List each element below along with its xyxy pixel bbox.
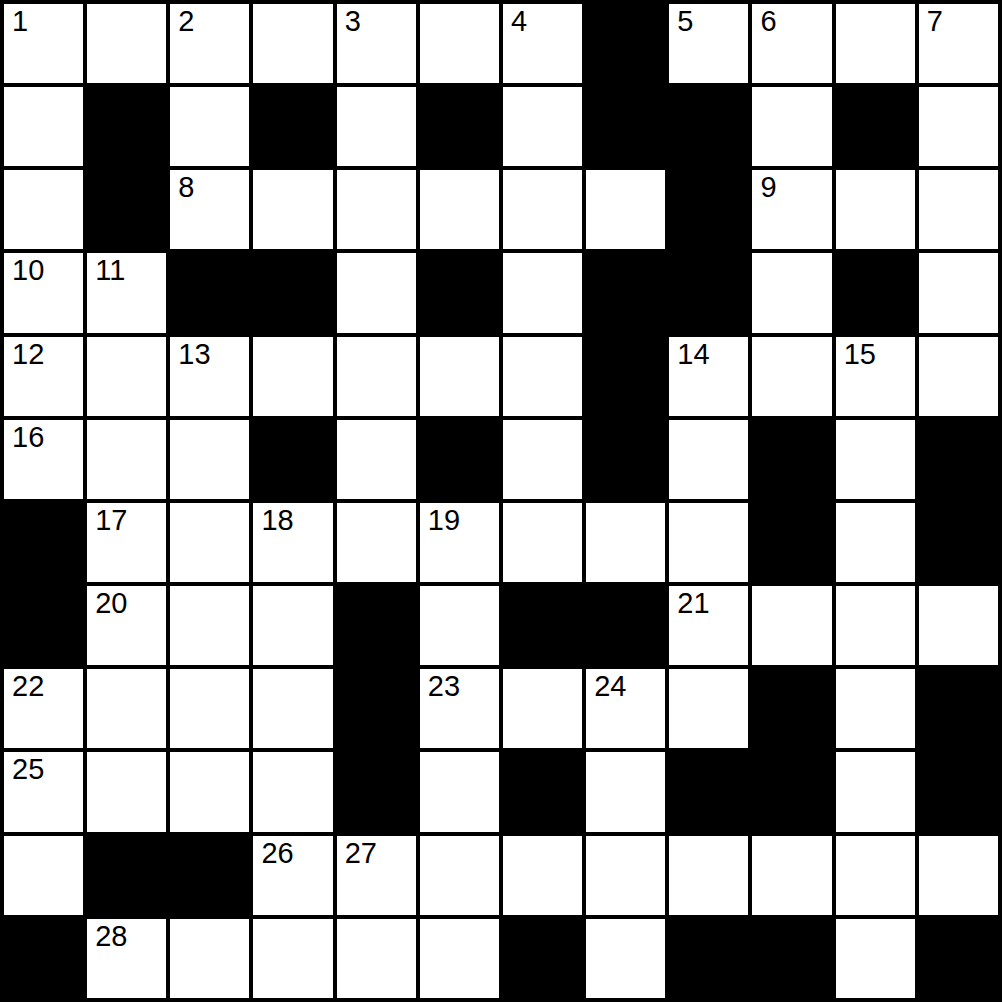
- cell-r0c2[interactable]: 2: [170, 4, 249, 83]
- black-cell-r3c5: [420, 253, 499, 332]
- black-cell-r1c5: [420, 87, 499, 166]
- cell-r4c8[interactable]: 14: [669, 337, 748, 416]
- cell-r2c0[interactable]: [4, 170, 83, 249]
- cell-r4c4[interactable]: [337, 337, 416, 416]
- black-cell-r11c11: [919, 919, 998, 998]
- clue-number: 6: [760, 5, 776, 38]
- cell-r7c11[interactable]: [919, 586, 998, 665]
- cell-r2c5[interactable]: [420, 170, 499, 249]
- cell-r1c9[interactable]: [752, 87, 831, 166]
- clue-number: 14: [677, 338, 709, 371]
- cell-r11c10[interactable]: [836, 919, 915, 998]
- cell-r8c0[interactable]: 22: [4, 669, 83, 748]
- clue-number: 5: [677, 5, 693, 38]
- black-cell-r9c11: [919, 752, 998, 831]
- cell-r0c8[interactable]: 5: [669, 4, 748, 83]
- cell-r5c2[interactable]: [170, 420, 249, 499]
- black-cell-r9c4: [337, 752, 416, 831]
- black-cell-r4c7: [586, 337, 665, 416]
- cell-r8c8[interactable]: [669, 669, 748, 748]
- cell-r10c8[interactable]: [669, 836, 748, 915]
- clue-number: 18: [261, 504, 293, 537]
- cell-r0c6[interactable]: 4: [503, 4, 582, 83]
- cell-r3c1[interactable]: 11: [87, 253, 166, 332]
- black-cell-r3c7: [586, 253, 665, 332]
- clue-number: 27: [345, 837, 377, 870]
- cell-r7c8[interactable]: 21: [669, 586, 748, 665]
- clue-number: 13: [178, 338, 210, 371]
- cell-r8c2[interactable]: [170, 669, 249, 748]
- clue-number: 22: [12, 670, 44, 703]
- black-cell-r3c8: [669, 253, 748, 332]
- clue-number: 8: [178, 171, 194, 204]
- black-cell-r3c10: [836, 253, 915, 332]
- cell-r6c6[interactable]: [503, 503, 582, 582]
- cell-r9c5[interactable]: [420, 752, 499, 831]
- cell-r4c11[interactable]: [919, 337, 998, 416]
- cell-r3c11[interactable]: [919, 253, 998, 332]
- cell-r0c11[interactable]: 7: [919, 4, 998, 83]
- cell-r7c3[interactable]: [253, 586, 332, 665]
- cell-r9c10[interactable]: [836, 752, 915, 831]
- clue-number: 15: [844, 338, 876, 371]
- cell-r6c2[interactable]: [170, 503, 249, 582]
- cell-r1c11[interactable]: [919, 87, 998, 166]
- cell-r10c6[interactable]: [503, 836, 582, 915]
- cell-r6c5[interactable]: 19: [420, 503, 499, 582]
- black-cell-r6c9: [752, 503, 831, 582]
- cell-r3c0[interactable]: 10: [4, 253, 83, 332]
- cell-r10c3[interactable]: 26: [253, 836, 332, 915]
- cell-r2c2[interactable]: 8: [170, 170, 249, 249]
- cell-r11c7[interactable]: [586, 919, 665, 998]
- cell-r3c6[interactable]: [503, 253, 582, 332]
- black-cell-r1c3: [253, 87, 332, 166]
- black-cell-r7c0: [4, 586, 83, 665]
- black-cell-r5c9: [752, 420, 831, 499]
- cell-r5c0[interactable]: 16: [4, 420, 83, 499]
- black-cell-r8c4: [337, 669, 416, 748]
- clue-number: 25: [12, 753, 44, 786]
- cell-r2c4[interactable]: [337, 170, 416, 249]
- cell-r4c3[interactable]: [253, 337, 332, 416]
- black-cell-r9c8: [669, 752, 748, 831]
- cell-r4c0[interactable]: 12: [4, 337, 83, 416]
- cell-r4c2[interactable]: 13: [170, 337, 249, 416]
- cell-r9c3[interactable]: [253, 752, 332, 831]
- clue-number: 19: [428, 504, 460, 537]
- clue-number: 20: [95, 587, 127, 620]
- cell-r0c3[interactable]: [253, 4, 332, 83]
- clue-number: 10: [12, 254, 44, 287]
- cell-r6c1[interactable]: 17: [87, 503, 166, 582]
- cell-r10c10[interactable]: [836, 836, 915, 915]
- cell-r8c7[interactable]: 24: [586, 669, 665, 748]
- cell-r5c4[interactable]: [337, 420, 416, 499]
- cell-r9c7[interactable]: [586, 752, 665, 831]
- cell-r7c5[interactable]: [420, 586, 499, 665]
- cell-r6c7[interactable]: [586, 503, 665, 582]
- clue-number: 17: [95, 504, 127, 537]
- cell-r0c10[interactable]: [836, 4, 915, 83]
- cell-r0c9[interactable]: 6: [752, 4, 831, 83]
- black-cell-r8c11: [919, 669, 998, 748]
- cell-r1c2[interactable]: [170, 87, 249, 166]
- cell-r11c2[interactable]: [170, 919, 249, 998]
- black-cell-r11c0: [4, 919, 83, 998]
- cell-r5c6[interactable]: [503, 420, 582, 499]
- clue-number: 12: [12, 338, 44, 371]
- cell-r1c4[interactable]: [337, 87, 416, 166]
- cell-r2c9[interactable]: 9: [752, 170, 831, 249]
- cell-r3c9[interactable]: [752, 253, 831, 332]
- black-cell-r9c9: [752, 752, 831, 831]
- black-cell-r11c9: [752, 919, 831, 998]
- black-cell-r1c1: [87, 87, 166, 166]
- cell-r10c9[interactable]: [752, 836, 831, 915]
- cell-r8c3[interactable]: [253, 669, 332, 748]
- cell-r7c1[interactable]: 20: [87, 586, 166, 665]
- cell-r9c2[interactable]: [170, 752, 249, 831]
- cell-r7c10[interactable]: [836, 586, 915, 665]
- clue-number: 2: [178, 5, 194, 38]
- clue-number: 7: [927, 5, 943, 38]
- clue-number: 9: [760, 171, 776, 204]
- cell-r7c2[interactable]: [170, 586, 249, 665]
- black-cell-r6c11: [919, 503, 998, 582]
- cell-r1c6[interactable]: [503, 87, 582, 166]
- black-cell-r0c7: [586, 4, 665, 83]
- black-cell-r8c9: [752, 669, 831, 748]
- black-cell-r7c4: [337, 586, 416, 665]
- clue-number: 1: [12, 5, 28, 38]
- cell-r7c9[interactable]: [752, 586, 831, 665]
- cell-r8c5[interactable]: 23: [420, 669, 499, 748]
- cell-r10c4[interactable]: 27: [337, 836, 416, 915]
- black-cell-r2c1: [87, 170, 166, 249]
- clue-number: 21: [677, 587, 709, 620]
- clue-number: 11: [95, 254, 125, 287]
- cell-r5c10[interactable]: [836, 420, 915, 499]
- black-cell-r6c0: [4, 503, 83, 582]
- cell-r6c8[interactable]: [669, 503, 748, 582]
- black-cell-r5c5: [420, 420, 499, 499]
- black-cell-r11c8: [669, 919, 748, 998]
- clue-number: 23: [428, 670, 460, 703]
- cell-r4c1[interactable]: [87, 337, 166, 416]
- cell-r6c3[interactable]: 18: [253, 503, 332, 582]
- black-cell-r1c7: [586, 87, 665, 166]
- clue-number: 3: [345, 5, 361, 38]
- black-cell-r1c10: [836, 87, 915, 166]
- black-cell-r1c8: [669, 87, 748, 166]
- cell-r8c1[interactable]: [87, 669, 166, 748]
- black-cell-r7c7: [586, 586, 665, 665]
- cell-r10c0[interactable]: [4, 836, 83, 915]
- cell-r4c6[interactable]: [503, 337, 582, 416]
- cell-r0c0[interactable]: 1: [4, 4, 83, 83]
- clue-number: 24: [594, 670, 626, 703]
- cell-r10c7[interactable]: [586, 836, 665, 915]
- cell-r9c0[interactable]: 25: [4, 752, 83, 831]
- cell-r4c10[interactable]: 15: [836, 337, 915, 416]
- cell-r6c4[interactable]: [337, 503, 416, 582]
- cell-r5c8[interactable]: [669, 420, 748, 499]
- cell-r1c0[interactable]: [4, 87, 83, 166]
- cell-r0c1[interactable]: [87, 4, 166, 83]
- black-cell-r10c1: [87, 836, 166, 915]
- cell-r2c6[interactable]: [503, 170, 582, 249]
- clue-number: 28: [95, 920, 127, 953]
- black-cell-r5c3: [253, 420, 332, 499]
- cell-r11c3[interactable]: [253, 919, 332, 998]
- cell-r2c11[interactable]: [919, 170, 998, 249]
- cell-r5c1[interactable]: [87, 420, 166, 499]
- cell-r0c5[interactable]: [420, 4, 499, 83]
- cell-r11c4[interactable]: [337, 919, 416, 998]
- black-cell-r7c6: [503, 586, 582, 665]
- cell-r2c7[interactable]: [586, 170, 665, 249]
- cell-r10c11[interactable]: [919, 836, 998, 915]
- cell-r0c4[interactable]: 3: [337, 4, 416, 83]
- cell-r2c10[interactable]: [836, 170, 915, 249]
- cell-r3c4[interactable]: [337, 253, 416, 332]
- clue-number: 16: [12, 421, 44, 454]
- black-cell-r9c6: [503, 752, 582, 831]
- black-cell-r11c6: [503, 919, 582, 998]
- black-cell-r5c11: [919, 420, 998, 499]
- cell-r9c1[interactable]: [87, 752, 166, 831]
- cell-r11c1[interactable]: 28: [87, 919, 166, 998]
- clue-number: 4: [511, 5, 527, 38]
- cell-r2c3[interactable]: [253, 170, 332, 249]
- black-cell-r3c3: [253, 253, 332, 332]
- clue-number: 26: [261, 837, 293, 870]
- cell-r6c10[interactable]: [836, 503, 915, 582]
- black-cell-r2c8: [669, 170, 748, 249]
- crossword-grid: 1234567891011121314151617181920212223242…: [0, 0, 1002, 1002]
- cell-r8c6[interactable]: [503, 669, 582, 748]
- cell-r8c10[interactable]: [836, 669, 915, 748]
- cell-r11c5[interactable]: [420, 919, 499, 998]
- black-cell-r3c2: [170, 253, 249, 332]
- black-cell-r5c7: [586, 420, 665, 499]
- cell-r4c5[interactable]: [420, 337, 499, 416]
- cell-r4c9[interactable]: [752, 337, 831, 416]
- black-cell-r10c2: [170, 836, 249, 915]
- cell-r10c5[interactable]: [420, 836, 499, 915]
